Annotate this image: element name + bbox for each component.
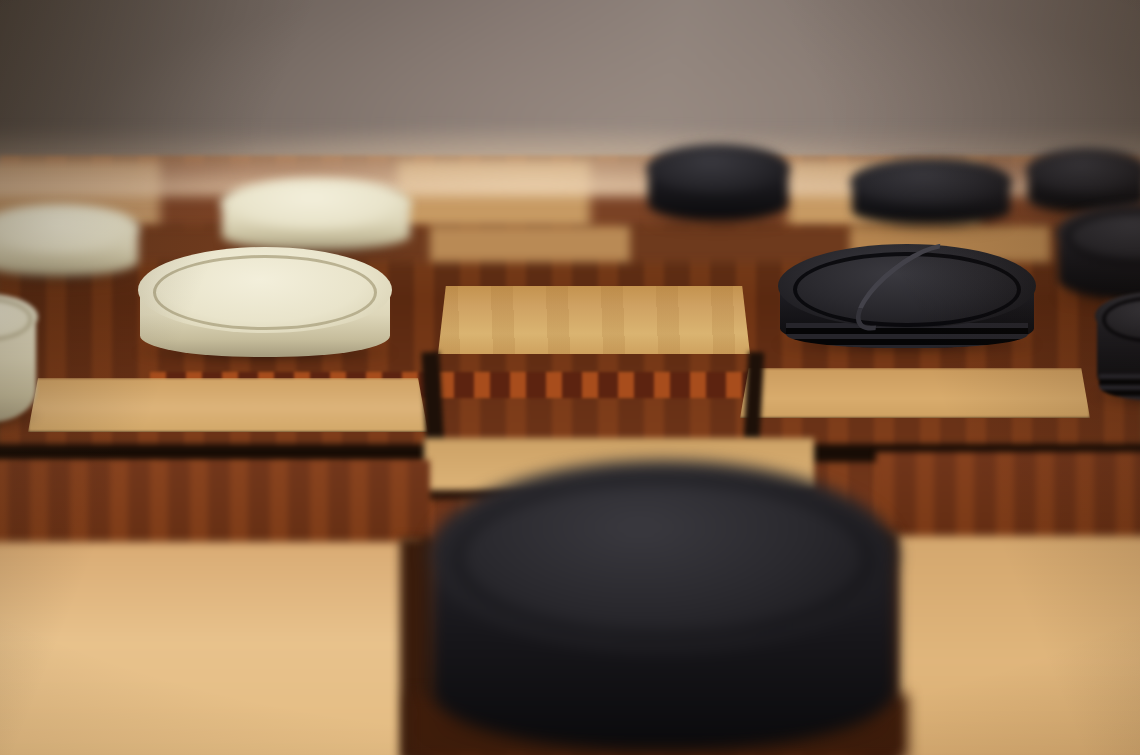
pieces-layer (0, 0, 1140, 755)
checker-black-main-focus[interactable] (778, 244, 1036, 348)
checker-white-main-focus[interactable] (138, 247, 392, 357)
piece-top-face (138, 247, 392, 333)
checker-white-behind-main[interactable] (220, 178, 412, 250)
piece-top-face (428, 460, 898, 652)
piece-top-face (646, 144, 790, 194)
checker-black-far-right[interactable] (1026, 148, 1140, 212)
piece-top-face (1026, 148, 1140, 194)
piece-top-face (778, 244, 1036, 328)
piece-ring-groove (153, 255, 377, 330)
piece-top-face (850, 158, 1012, 206)
checker-black-mid-far[interactable] (850, 158, 1012, 224)
checker-white-left-edge[interactable] (0, 294, 38, 422)
piece-top-face (220, 178, 412, 230)
checker-black-right-blurred[interactable] (1056, 204, 1140, 300)
checker-white-far-left[interactable] (0, 204, 140, 276)
piece-ring-groove (456, 477, 870, 639)
checkers-board-photo (0, 0, 1140, 755)
checker-black-ribbed-edge[interactable] (1095, 292, 1140, 400)
checker-black-far-left[interactable] (646, 144, 790, 220)
checker-black-foreground[interactable] (428, 460, 898, 750)
